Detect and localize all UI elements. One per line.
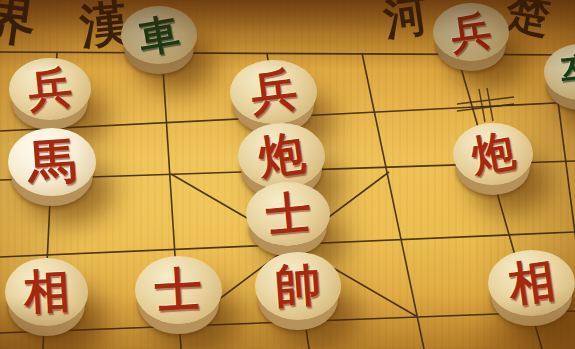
- xiangqi-board[interactable]: 界 漢 河 楚 車 兵 卒 兵 兵 馬 炮 炮 士 士 帥 相 相: [0, 0, 575, 349]
- piece-label: 兵: [447, 2, 494, 62]
- river-calligraphy-char: 楚: [503, 0, 554, 39]
- piece-red-soldier[interactable]: 兵: [433, 3, 509, 61]
- piece-red-elephant[interactable]: 相: [5, 258, 88, 326]
- piece-red-horse[interactable]: 馬: [8, 128, 96, 196]
- piece-red-general[interactable]: 帥: [255, 252, 341, 320]
- piece-label: 炮: [467, 122, 519, 187]
- piece-green-chariot[interactable]: 車: [121, 6, 197, 64]
- piece-red-cannon[interactable]: 炮: [453, 123, 533, 185]
- piece-label: 帥: [273, 253, 323, 318]
- piece-label: 兵: [247, 58, 300, 125]
- piece-red-soldier[interactable]: 兵: [9, 58, 91, 120]
- piece-label: 相: [22, 260, 71, 324]
- piece-label: 相: [504, 249, 558, 317]
- piece-red-advisor[interactable]: 士: [246, 182, 330, 246]
- piece-label: 士: [153, 257, 203, 322]
- river-calligraphy-char: 河: [381, 0, 431, 42]
- piece-red-cannon[interactable]: 炮: [238, 123, 325, 189]
- piece-red-advisor[interactable]: 士: [135, 256, 222, 324]
- piece-label: 士: [263, 182, 313, 246]
- piece-red-soldier[interactable]: 兵: [230, 60, 317, 124]
- piece-label: 兵: [25, 57, 75, 120]
- piece-label: 馬: [26, 128, 78, 195]
- soldier-point-marker: [457, 88, 514, 122]
- piece-label: 卒: [558, 45, 575, 100]
- piece-red-elephant[interactable]: 相: [488, 250, 575, 316]
- piece-label: 炮: [254, 122, 308, 190]
- piece-label: 車: [135, 4, 184, 65]
